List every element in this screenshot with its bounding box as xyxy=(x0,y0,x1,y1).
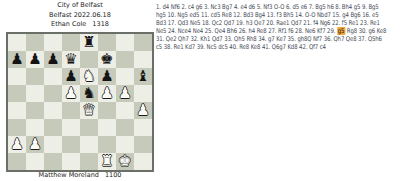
square-d1 xyxy=(62,153,80,170)
square-g4 xyxy=(116,102,134,119)
square-h7 xyxy=(134,51,152,68)
square-h6: ♝ xyxy=(134,68,152,85)
square-e7 xyxy=(80,51,98,68)
square-d4 xyxy=(62,102,80,119)
square-f8 xyxy=(98,34,116,51)
white-pawn-piece: ♟ xyxy=(136,102,149,119)
black-pawn-piece: ♟ xyxy=(46,51,59,68)
square-b1 xyxy=(26,153,44,170)
move-text[interactable]: Bd3 17. Qd3 Ne5 18. Qc2 Qd7 19. h3 Qe7 2… xyxy=(156,19,380,27)
square-b4 xyxy=(26,102,44,119)
square-h2 xyxy=(134,136,152,153)
square-d2 xyxy=(62,136,80,153)
square-f7: ♚ xyxy=(98,51,116,68)
square-g2 xyxy=(116,136,134,153)
square-a6 xyxy=(8,68,26,85)
move-text[interactable]: 31. Qe2 Qh7 32. Kh1 Qd7 33. Qh5 Rh8 34. … xyxy=(156,35,382,43)
square-c5 xyxy=(44,85,62,102)
square-d7: ♛ xyxy=(62,51,80,68)
square-d6: ♟ xyxy=(62,68,80,85)
square-h4: ♟ xyxy=(134,102,152,119)
square-f4 xyxy=(98,102,116,119)
white-pawn-piece: ♟ xyxy=(64,85,77,102)
black-knight-piece: ♞ xyxy=(82,85,95,102)
square-a5 xyxy=(8,85,26,102)
square-e4: ♛ xyxy=(80,102,98,119)
square-a7: ♟ xyxy=(8,51,26,68)
square-e3 xyxy=(80,119,98,136)
black-king-piece: ♚ xyxy=(100,51,113,68)
black-pawn-piece: ♟ xyxy=(28,51,41,68)
square-a8 xyxy=(8,34,26,51)
square-c3 xyxy=(44,119,62,136)
square-c7: ♟ xyxy=(44,51,62,68)
game-header: City of Belfast Belfast 2022.06.18 Ethan… xyxy=(0,1,160,30)
square-g6 xyxy=(116,68,134,85)
square-e6: ♞ xyxy=(80,68,98,85)
square-c4 xyxy=(44,102,62,119)
square-e8: ♜ xyxy=(80,34,98,51)
move-text[interactable]: Ne5 24. Nce4 Ne4 25. Qe4 Bh6 26. h4 Re8 … xyxy=(156,27,337,35)
player-white-name: Matthew Moreland xyxy=(39,171,99,179)
chess-viewer: City of Belfast Belfast 2022.06.18 Ethan… xyxy=(0,0,400,181)
square-c8 xyxy=(44,34,62,51)
move-text[interactable]: c5 38. Re1 Kd7 39. Nc5 dc5 40. Re8 Ke8 4… xyxy=(156,43,326,51)
black-bishop-piece: ♝ xyxy=(136,68,149,85)
white-rook-piece: ♜ xyxy=(100,153,113,170)
white-pawn-piece: ♟ xyxy=(118,85,131,102)
square-g5: ♟ xyxy=(116,85,134,102)
player-black-rating: 1318 xyxy=(92,20,109,28)
white-pawn-piece: ♟ xyxy=(28,136,41,153)
white-pawn-piece: ♟ xyxy=(10,136,23,153)
square-a4 xyxy=(8,102,26,119)
square-b5 xyxy=(26,85,44,102)
move-line-6: c5 38. Re1 Kd7 39. Nc5 dc5 40. Re8 Ke8 4… xyxy=(156,44,355,52)
white-pawn-piece: ♟ xyxy=(100,85,113,102)
square-f2 xyxy=(98,136,116,153)
square-e2 xyxy=(80,136,98,153)
player-black-line: Ethan Cole1318 xyxy=(0,20,160,30)
player-white-rating: 1100 xyxy=(105,171,122,179)
highlighted-move[interactable]: g5 xyxy=(337,27,345,35)
square-h3 xyxy=(134,119,152,136)
player-white-line: Matthew Moreland1100 xyxy=(0,171,160,179)
black-pawn-piece: ♟ xyxy=(64,68,77,85)
square-c6 xyxy=(44,68,62,85)
square-h5 xyxy=(134,85,152,102)
chess-board: ♜♟♟♟♛♚♟♞♟♝♟♞♟♟♛♟♟♟♜♚ xyxy=(8,34,152,170)
square-c2 xyxy=(44,136,62,153)
move-text[interactable]: hg5 10. Ng5 ed5 11. cd5 Re8 12. Bd3 Bg4 … xyxy=(156,11,379,19)
black-queen-piece: ♛ xyxy=(64,51,77,68)
square-d3 xyxy=(62,119,80,136)
black-rook-piece: ♜ xyxy=(82,34,95,51)
square-b8 xyxy=(26,34,44,51)
square-b6 xyxy=(26,68,44,85)
player-black-name: Ethan Cole xyxy=(51,20,86,28)
square-f1: ♜ xyxy=(98,153,116,170)
white-knight-piece: ♞ xyxy=(82,68,95,85)
square-c1 xyxy=(44,153,62,170)
square-a2: ♟ xyxy=(8,136,26,153)
square-a1 xyxy=(8,153,26,170)
square-d5: ♟ xyxy=(62,85,80,102)
white-queen-piece: ♛ xyxy=(82,102,95,119)
square-h1 xyxy=(134,153,152,170)
square-b7: ♟ xyxy=(26,51,44,68)
square-a3 xyxy=(8,119,26,136)
event-date: Belfast 2022.06.18 xyxy=(0,11,160,21)
white-king-piece: ♚ xyxy=(118,153,131,170)
square-f6: ♟ xyxy=(98,68,116,85)
square-g8 xyxy=(116,34,134,51)
square-b3 xyxy=(26,119,44,136)
move-text[interactable]: Rg8 30. g6 Ke8 xyxy=(345,27,386,35)
square-f5: ♟ xyxy=(98,85,116,102)
chess-board-frame: ♜♟♟♟♛♚♟♞♟♝♟♞♟♟♛♟♟♟♜♚ xyxy=(6,32,154,172)
square-f3 xyxy=(98,119,116,136)
event-title: City of Belfast xyxy=(0,1,160,11)
square-h8 xyxy=(134,34,152,51)
square-d8 xyxy=(62,34,80,51)
square-g7 xyxy=(116,51,134,68)
black-pawn-piece: ♟ xyxy=(100,68,113,85)
square-e1 xyxy=(80,153,98,170)
square-g1: ♚ xyxy=(116,153,134,170)
square-b2: ♟ xyxy=(26,136,44,153)
move-list: 1. d4 Nf6 2. c4 g6 3. Nc3 Bg7 4. e4 d6 5… xyxy=(156,4,399,51)
square-g3 xyxy=(116,119,134,136)
black-pawn-piece: ♟ xyxy=(10,51,23,68)
square-e5: ♞ xyxy=(80,85,98,102)
